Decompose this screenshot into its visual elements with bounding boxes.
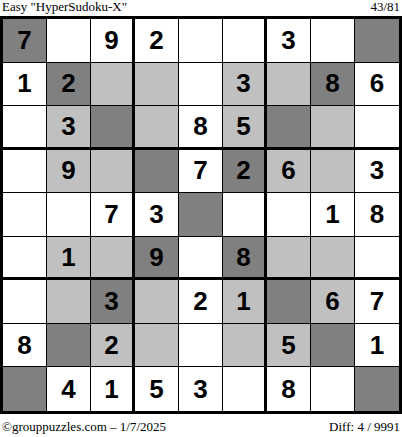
cell-r1c7[interactable]: 3 xyxy=(267,19,311,63)
cell-r9c8[interactable] xyxy=(311,367,355,411)
cell-r9c5[interactable]: 3 xyxy=(179,367,223,411)
cell-r6c5[interactable] xyxy=(179,237,223,281)
cell-r6c4[interactable]: 9 xyxy=(135,237,179,281)
cell-r3c9[interactable] xyxy=(355,106,399,150)
cell-r9c6[interactable] xyxy=(223,367,267,411)
cell-r7c6[interactable]: 1 xyxy=(223,280,267,324)
cell-r2c7[interactable] xyxy=(267,63,311,107)
cell-r3c3[interactable] xyxy=(91,106,135,150)
cell-r8c3[interactable]: 2 xyxy=(91,324,135,368)
cell-r9c7[interactable]: 8 xyxy=(267,367,311,411)
cell-r6c1[interactable] xyxy=(3,237,47,281)
cell-r2c3[interactable] xyxy=(91,63,135,107)
cell-r7c2[interactable] xyxy=(47,280,91,324)
cell-r3c5[interactable]: 8 xyxy=(179,106,223,150)
cell-r8c7[interactable]: 5 xyxy=(267,324,311,368)
cell-r1c4[interactable]: 2 xyxy=(135,19,179,63)
cell-r4c8[interactable] xyxy=(311,150,355,194)
cell-r4c3[interactable] xyxy=(91,150,135,194)
cell-r2c6[interactable]: 3 xyxy=(223,63,267,107)
cell-r7c3[interactable]: 3 xyxy=(91,280,135,324)
cell-r3c7[interactable] xyxy=(267,106,311,150)
cell-r3c2[interactable]: 3 xyxy=(47,106,91,150)
cell-r3c6[interactable]: 5 xyxy=(223,106,267,150)
cell-r5c9[interactable]: 8 xyxy=(355,193,399,237)
cell-r8c1[interactable]: 8 xyxy=(3,324,47,368)
cell-r2c9[interactable]: 6 xyxy=(355,63,399,107)
cell-r1c3[interactable]: 9 xyxy=(91,19,135,63)
cell-r7c8[interactable]: 6 xyxy=(311,280,355,324)
cell-r1c5[interactable] xyxy=(179,19,223,63)
sudoku-board: 79231238638597263731819832167825141538 xyxy=(0,16,402,414)
cell-r8c8[interactable] xyxy=(311,324,355,368)
cell-r5c3[interactable]: 7 xyxy=(91,193,135,237)
cell-r2c4[interactable] xyxy=(135,63,179,107)
cell-r6c7[interactable] xyxy=(267,237,311,281)
cell-r9c4[interactable]: 5 xyxy=(135,367,179,411)
cell-r1c1[interactable]: 7 xyxy=(3,19,47,63)
remaining-counter: 43/81 xyxy=(370,0,400,14)
cell-r9c1[interactable] xyxy=(3,367,47,411)
cell-r5c6[interactable] xyxy=(223,193,267,237)
cell-r2c1[interactable]: 1 xyxy=(3,63,47,107)
cell-r7c1[interactable] xyxy=(3,280,47,324)
cell-r2c2[interactable]: 2 xyxy=(47,63,91,107)
cell-r4c7[interactable]: 6 xyxy=(267,150,311,194)
cell-r8c2[interactable] xyxy=(47,324,91,368)
cell-r3c8[interactable] xyxy=(311,106,355,150)
cell-r8c5[interactable] xyxy=(179,324,223,368)
cell-r4c6[interactable]: 2 xyxy=(223,150,267,194)
footer-difficulty: Diff: 4 / 9991 xyxy=(329,419,400,435)
cell-r7c7[interactable] xyxy=(267,280,311,324)
cell-r1c8[interactable] xyxy=(311,19,355,63)
cell-r6c3[interactable] xyxy=(91,237,135,281)
cell-r7c4[interactable] xyxy=(135,280,179,324)
cell-r9c2[interactable]: 4 xyxy=(47,367,91,411)
cell-r8c6[interactable] xyxy=(223,324,267,368)
cell-r1c6[interactable] xyxy=(223,19,267,63)
cell-r4c4[interactable] xyxy=(135,150,179,194)
cell-r1c9[interactable] xyxy=(355,19,399,63)
cell-r9c9[interactable] xyxy=(355,367,399,411)
cell-r7c9[interactable]: 7 xyxy=(355,280,399,324)
cell-r2c8[interactable]: 8 xyxy=(311,63,355,107)
cell-r2c5[interactable] xyxy=(179,63,223,107)
footer-copyright: ©grouppuzzles.com – 1/7/2025 xyxy=(2,419,166,435)
cell-r5c1[interactable] xyxy=(3,193,47,237)
page-title: Easy "HyperSudoku-X" xyxy=(2,0,127,14)
cell-r6c8[interactable] xyxy=(311,237,355,281)
cell-r1c2[interactable] xyxy=(47,19,91,63)
cell-r4c5[interactable]: 7 xyxy=(179,150,223,194)
cell-r3c1[interactable] xyxy=(3,106,47,150)
cell-r8c9[interactable]: 1 xyxy=(355,324,399,368)
footer: ©grouppuzzles.com – 1/7/2025 Diff: 4 / 9… xyxy=(0,414,402,437)
header: Easy "HyperSudoku-X" 43/81 xyxy=(0,0,402,16)
cell-r6c9[interactable] xyxy=(355,237,399,281)
cell-r8c4[interactable] xyxy=(135,324,179,368)
cell-r4c1[interactable] xyxy=(3,150,47,194)
cell-r3c4[interactable] xyxy=(135,106,179,150)
cell-r9c3[interactable]: 1 xyxy=(91,367,135,411)
cell-r4c9[interactable]: 3 xyxy=(355,150,399,194)
cell-r5c4[interactable]: 3 xyxy=(135,193,179,237)
cell-r5c8[interactable]: 1 xyxy=(311,193,355,237)
cell-r5c5[interactable] xyxy=(179,193,223,237)
cell-r7c5[interactable]: 2 xyxy=(179,280,223,324)
cell-r4c2[interactable]: 9 xyxy=(47,150,91,194)
cell-r5c2[interactable] xyxy=(47,193,91,237)
cell-r5c7[interactable] xyxy=(267,193,311,237)
cell-r6c2[interactable]: 1 xyxy=(47,237,91,281)
cell-r6c6[interactable]: 8 xyxy=(223,237,267,281)
